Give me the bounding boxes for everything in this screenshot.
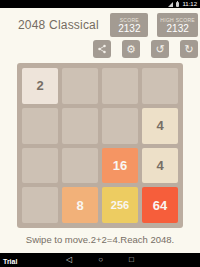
home-button[interactable]: ○ bbox=[98, 253, 103, 267]
toolbar: ⚙ ↺ ↻ bbox=[0, 38, 200, 58]
high-score-box: HIGH SCORE 2132 bbox=[157, 13, 198, 37]
share-icon bbox=[97, 44, 107, 54]
empty-cell bbox=[22, 187, 58, 223]
undo-button[interactable]: ↺ bbox=[151, 40, 169, 58]
empty-cell bbox=[62, 68, 98, 104]
empty-cell bbox=[142, 68, 178, 104]
undo-icon: ↺ bbox=[155, 40, 164, 58]
restart-button[interactable]: ↻ bbox=[180, 40, 198, 58]
page-title: 2048 Classical bbox=[18, 18, 99, 32]
tile-2: 2 bbox=[22, 68, 58, 104]
navigation-bar: Trial ◁ ○ □ bbox=[0, 253, 200, 267]
tile-8: 8 bbox=[62, 187, 98, 223]
score-value: 2132 bbox=[118, 23, 140, 34]
recents-button[interactable]: □ bbox=[129, 253, 134, 267]
tile-256: 256 bbox=[102, 187, 138, 223]
empty-cell bbox=[22, 148, 58, 184]
tile-16: 16 bbox=[102, 148, 138, 184]
status-bar: 11:12 bbox=[0, 0, 200, 8]
tile-64: 64 bbox=[142, 187, 178, 223]
settings-button[interactable]: ⚙ bbox=[122, 40, 140, 58]
empty-cell bbox=[102, 108, 138, 144]
back-button[interactable]: ◁ bbox=[66, 253, 72, 267]
tile-4: 4 bbox=[142, 148, 178, 184]
board[interactable]: 24164825664 bbox=[17, 63, 183, 228]
signal-icon bbox=[168, 2, 173, 7]
empty-cell bbox=[22, 108, 58, 144]
restart-icon: ↻ bbox=[184, 40, 193, 58]
gear-icon: ⚙ bbox=[126, 40, 136, 58]
share-button[interactable] bbox=[93, 40, 111, 58]
high-score-value: 2132 bbox=[167, 23, 189, 34]
score-panel: SCORE 2132 HIGH SCORE 2132 bbox=[110, 13, 198, 37]
instruction-text: Swipe to move.2+2=4.Reach 2048. bbox=[0, 228, 200, 253]
empty-cell bbox=[62, 148, 98, 184]
empty-cell bbox=[102, 68, 138, 104]
battery-icon bbox=[176, 2, 179, 7]
score-box: SCORE 2132 bbox=[110, 13, 148, 37]
clock-text: 11:12 bbox=[182, 0, 197, 8]
header: 2048 Classical SCORE 2132 HIGH SCORE 213… bbox=[0, 8, 200, 38]
app-screen: 11:12 2048 Classical SCORE 2132 HIGH SCO… bbox=[0, 0, 200, 267]
empty-cell bbox=[62, 108, 98, 144]
tile-4: 4 bbox=[142, 108, 178, 144]
trial-label: Trial bbox=[3, 258, 17, 265]
